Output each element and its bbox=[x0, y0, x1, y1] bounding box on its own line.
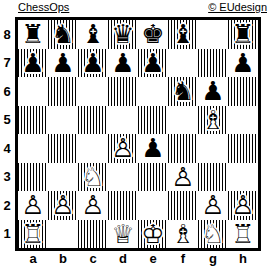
piece-glyph: ♙ bbox=[18, 191, 48, 220]
rank-label-3: 3 bbox=[0, 163, 14, 192]
piece-glyph: ♘ bbox=[198, 220, 228, 249]
square-a2[interactable]: ♟♙ bbox=[18, 191, 48, 220]
piece-glyph: ♝ bbox=[78, 20, 108, 49]
piece-glyph: ♟ bbox=[48, 49, 78, 78]
square-h5[interactable] bbox=[228, 106, 258, 135]
black-bishop-piece: ♝♝ bbox=[168, 20, 198, 49]
white-queen-piece: ♛♕ bbox=[108, 220, 138, 249]
piece-glyph: ♟ bbox=[198, 77, 228, 106]
piece-glyph: ♖ bbox=[18, 220, 48, 249]
rank-label-4: 4 bbox=[0, 134, 14, 163]
square-c8[interactable]: ♝♝ bbox=[78, 20, 108, 49]
square-b3[interactable] bbox=[48, 163, 78, 192]
rank-label-6: 6 bbox=[0, 77, 14, 106]
square-h8[interactable]: ♜♜ bbox=[228, 20, 258, 49]
square-c7[interactable]: ♟♟ bbox=[78, 49, 108, 78]
black-queen-piece: ♛♛ bbox=[108, 20, 138, 49]
black-pawn-piece: ♟♟ bbox=[198, 77, 228, 106]
piece-glyph: ♟ bbox=[108, 49, 138, 78]
white-rook-piece: ♜♖ bbox=[18, 220, 48, 249]
white-bishop-piece: ♝♗ bbox=[168, 220, 198, 249]
black-pawn-piece: ♟♟ bbox=[18, 49, 48, 78]
square-g7[interactable] bbox=[198, 49, 228, 78]
white-pawn-piece: ♟♙ bbox=[228, 191, 258, 220]
piece-glyph: ♚ bbox=[138, 20, 168, 49]
square-e2[interactable] bbox=[138, 191, 168, 220]
square-e7[interactable]: ♟♟ bbox=[138, 49, 168, 78]
square-h3[interactable] bbox=[228, 163, 258, 192]
square-g3[interactable] bbox=[198, 163, 228, 192]
square-c2[interactable]: ♟♙ bbox=[78, 191, 108, 220]
rank-label-7: 7 bbox=[0, 49, 14, 78]
piece-glyph: ♗ bbox=[168, 220, 198, 249]
square-g6[interactable]: ♟♟ bbox=[198, 77, 228, 106]
white-knight-piece: ♞♘ bbox=[78, 163, 108, 192]
square-d8[interactable]: ♛♛ bbox=[108, 20, 138, 49]
square-e3[interactable] bbox=[138, 163, 168, 192]
square-d5[interactable] bbox=[108, 106, 138, 135]
square-e6[interactable] bbox=[138, 77, 168, 106]
square-h6[interactable] bbox=[228, 77, 258, 106]
square-f7[interactable] bbox=[168, 49, 198, 78]
square-f6[interactable]: ♞♞ bbox=[168, 77, 198, 106]
square-c1[interactable] bbox=[78, 220, 108, 249]
piece-glyph: ♜ bbox=[18, 20, 48, 49]
square-h7[interactable]: ♟♟ bbox=[228, 49, 258, 78]
square-b7[interactable]: ♟♟ bbox=[48, 49, 78, 78]
square-d7[interactable]: ♟♟ bbox=[108, 49, 138, 78]
white-pawn-piece: ♟♙ bbox=[48, 191, 78, 220]
black-knight-piece: ♞♞ bbox=[168, 77, 198, 106]
square-f4[interactable] bbox=[168, 134, 198, 163]
piece-glyph: ♙ bbox=[48, 191, 78, 220]
eudesign-credit-link[interactable]: © EUdesign bbox=[208, 1, 267, 14]
black-pawn-piece: ♟♟ bbox=[108, 49, 138, 78]
piece-glyph: ♟ bbox=[18, 49, 48, 78]
square-d3[interactable] bbox=[108, 163, 138, 192]
rank-label-5: 5 bbox=[0, 106, 14, 135]
square-f8[interactable]: ♝♝ bbox=[168, 20, 198, 49]
piece-glyph: ♟ bbox=[138, 49, 168, 78]
file-labels: abcdefgh bbox=[18, 251, 258, 266]
piece-glyph: ♙ bbox=[168, 163, 198, 192]
rank-label-2: 2 bbox=[0, 191, 14, 220]
square-f2[interactable] bbox=[168, 191, 198, 220]
square-e5[interactable] bbox=[138, 106, 168, 135]
rank-label-1: 1 bbox=[0, 220, 14, 249]
chess-board[interactable]: ♜♜♞♞♝♝♛♛♚♚♝♝♜♜♟♟♟♟♟♟♟♟♟♟♟♟♞♞♟♟♝♗♟♙♟♟♞♘♟♙… bbox=[15, 17, 261, 251]
piece-glyph: ♟ bbox=[228, 49, 258, 78]
white-pawn-piece: ♟♙ bbox=[198, 191, 228, 220]
square-a6[interactable] bbox=[18, 77, 48, 106]
square-d6[interactable] bbox=[108, 77, 138, 106]
square-d4[interactable]: ♟♙ bbox=[108, 134, 138, 163]
square-b5[interactable] bbox=[48, 106, 78, 135]
square-a4[interactable] bbox=[18, 134, 48, 163]
file-label-b: b bbox=[48, 251, 78, 266]
square-a3[interactable] bbox=[18, 163, 48, 192]
square-g8[interactable] bbox=[198, 20, 228, 49]
square-a7[interactable]: ♟♟ bbox=[18, 49, 48, 78]
file-label-d: d bbox=[108, 251, 138, 266]
piece-glyph: ♞ bbox=[168, 77, 198, 106]
square-f5[interactable] bbox=[168, 106, 198, 135]
black-bishop-piece: ♝♝ bbox=[78, 20, 108, 49]
piece-glyph: ♞ bbox=[48, 20, 78, 49]
piece-glyph: ♖ bbox=[228, 220, 258, 249]
square-b4[interactable] bbox=[48, 134, 78, 163]
piece-glyph: ♟ bbox=[138, 134, 168, 163]
square-h2[interactable]: ♟♙ bbox=[228, 191, 258, 220]
square-a1[interactable]: ♜♖ bbox=[18, 220, 48, 249]
rank-labels: 87654321 bbox=[0, 20, 14, 248]
square-a5[interactable] bbox=[18, 106, 48, 135]
chessops-link[interactable]: ChessOps bbox=[18, 1, 69, 14]
white-pawn-piece: ♟♙ bbox=[78, 191, 108, 220]
square-g5[interactable]: ♝♗ bbox=[198, 106, 228, 135]
black-rook-piece: ♜♜ bbox=[18, 20, 48, 49]
square-c6[interactable] bbox=[78, 77, 108, 106]
square-b6[interactable] bbox=[48, 77, 78, 106]
square-d2[interactable] bbox=[108, 191, 138, 220]
file-label-e: e bbox=[138, 251, 168, 266]
square-b1[interactable] bbox=[48, 220, 78, 249]
black-pawn-piece: ♟♟ bbox=[78, 49, 108, 78]
file-label-c: c bbox=[78, 251, 108, 266]
square-h1[interactable]: ♜♖ bbox=[228, 220, 258, 249]
piece-glyph: ♛ bbox=[108, 20, 138, 49]
black-pawn-piece: ♟♟ bbox=[138, 49, 168, 78]
piece-glyph: ♙ bbox=[108, 134, 138, 163]
square-b2[interactable]: ♟♙ bbox=[48, 191, 78, 220]
white-pawn-piece: ♟♙ bbox=[108, 134, 138, 163]
square-g4[interactable] bbox=[198, 134, 228, 163]
square-a8[interactable]: ♜♜ bbox=[18, 20, 48, 49]
black-pawn-piece: ♟♟ bbox=[138, 134, 168, 163]
black-rook-piece: ♜♜ bbox=[228, 20, 258, 49]
square-e4[interactable]: ♟♟ bbox=[138, 134, 168, 163]
piece-glyph: ♜ bbox=[228, 20, 258, 49]
white-bishop-piece: ♝♗ bbox=[198, 106, 228, 135]
piece-glyph: ♕ bbox=[108, 220, 138, 249]
piece-glyph: ♗ bbox=[198, 106, 228, 135]
black-knight-piece: ♞♞ bbox=[48, 20, 78, 49]
piece-glyph: ♝ bbox=[168, 20, 198, 49]
square-f1[interactable]: ♝♗ bbox=[168, 220, 198, 249]
file-label-h: h bbox=[228, 251, 258, 266]
black-king-piece: ♚♚ bbox=[138, 20, 168, 49]
piece-glyph: ♙ bbox=[198, 191, 228, 220]
white-knight-piece: ♞♘ bbox=[198, 220, 228, 249]
square-g2[interactable]: ♟♙ bbox=[198, 191, 228, 220]
white-pawn-piece: ♟♙ bbox=[18, 191, 48, 220]
piece-glyph: ♔ bbox=[138, 220, 168, 249]
square-c3[interactable]: ♞♘ bbox=[78, 163, 108, 192]
square-c4[interactable] bbox=[78, 134, 108, 163]
black-pawn-piece: ♟♟ bbox=[228, 49, 258, 78]
square-f3[interactable]: ♟♙ bbox=[168, 163, 198, 192]
black-pawn-piece: ♟♟ bbox=[48, 49, 78, 78]
piece-glyph: ♙ bbox=[78, 191, 108, 220]
piece-glyph: ♘ bbox=[78, 163, 108, 192]
file-label-f: f bbox=[168, 251, 198, 266]
square-e1[interactable]: ♚♔ bbox=[138, 220, 168, 249]
white-rook-piece: ♜♖ bbox=[228, 220, 258, 249]
piece-glyph: ♙ bbox=[228, 191, 258, 220]
square-d1[interactable]: ♛♕ bbox=[108, 220, 138, 249]
square-c5[interactable] bbox=[78, 106, 108, 135]
white-pawn-piece: ♟♙ bbox=[168, 163, 198, 192]
file-label-a: a bbox=[18, 251, 48, 266]
square-g1[interactable]: ♞♘ bbox=[198, 220, 228, 249]
rank-label-8: 8 bbox=[0, 20, 14, 49]
square-b8[interactable]: ♞♞ bbox=[48, 20, 78, 49]
piece-glyph: ♟ bbox=[78, 49, 108, 78]
square-e8[interactable]: ♚♚ bbox=[138, 20, 168, 49]
white-king-piece: ♚♔ bbox=[138, 220, 168, 249]
square-h4[interactable] bbox=[228, 134, 258, 163]
file-label-g: g bbox=[198, 251, 228, 266]
